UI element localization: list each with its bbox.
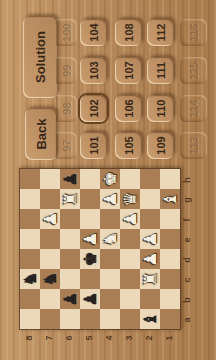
square-a1[interactable] bbox=[160, 309, 180, 329]
square-c6[interactable] bbox=[60, 269, 80, 289]
square-b4[interactable] bbox=[100, 289, 120, 309]
white-pawn[interactable]: ♟ bbox=[100, 189, 120, 209]
square-h7[interactable] bbox=[40, 169, 60, 189]
square-b1[interactable] bbox=[160, 289, 180, 309]
square-a5[interactable] bbox=[80, 309, 100, 329]
white-queen[interactable]: ♛ bbox=[120, 189, 140, 209]
white-king[interactable]: ♚ bbox=[100, 169, 120, 189]
square-a8[interactable] bbox=[20, 309, 40, 329]
square-c4[interactable] bbox=[100, 269, 120, 289]
black-pawn[interactable]: ♟ bbox=[60, 169, 80, 189]
square-f5[interactable] bbox=[80, 209, 100, 229]
puzzle-108-button[interactable]: 108 bbox=[115, 19, 142, 46]
solution-button[interactable]: Solution bbox=[23, 16, 58, 98]
puzzle-109-button[interactable]: 109 bbox=[147, 132, 174, 159]
black-bishop[interactable]: ♝ bbox=[140, 309, 160, 329]
square-a7[interactable] bbox=[40, 309, 60, 329]
file-label-h: h bbox=[182, 170, 193, 190]
square-a6[interactable] bbox=[60, 309, 80, 329]
square-h5[interactable] bbox=[80, 169, 100, 189]
puzzle-105-button[interactable]: 105 bbox=[115, 132, 142, 159]
puzzle-114-ghost: 114 bbox=[180, 95, 207, 122]
file-label-a: a bbox=[182, 310, 193, 330]
puzzle-101-button[interactable]: 101 bbox=[80, 132, 107, 159]
square-g5[interactable] bbox=[80, 189, 100, 209]
square-h8[interactable] bbox=[20, 169, 40, 189]
square-d8[interactable] bbox=[20, 249, 40, 269]
rank-label-3: 3 bbox=[119, 332, 139, 344]
square-b7[interactable] bbox=[40, 289, 60, 309]
file-label-g: g bbox=[182, 190, 193, 210]
square-g2[interactable] bbox=[140, 189, 160, 209]
rank-label-4: 4 bbox=[99, 332, 119, 344]
black-knight[interactable]: ♞ bbox=[40, 269, 60, 289]
file-label-e: e bbox=[182, 230, 193, 250]
black-pawn[interactable]: ♟ bbox=[60, 289, 80, 309]
puzzle-98-ghost: 98 bbox=[56, 95, 77, 122]
app-screen: ♞♞♟♟♜♟♟♚♟♞♟♚♟♛♝♜♟♟♝ 87654321abcdefgh Bac… bbox=[0, 0, 216, 360]
puzzle-104-button[interactable]: 104 bbox=[80, 19, 107, 46]
square-f6[interactable] bbox=[60, 209, 80, 229]
square-c3[interactable] bbox=[120, 269, 140, 289]
square-h2[interactable] bbox=[140, 169, 160, 189]
black-pawn[interactable]: ♟ bbox=[80, 289, 100, 309]
white-pawn[interactable]: ♟ bbox=[80, 229, 100, 249]
square-c1[interactable] bbox=[160, 269, 180, 289]
square-h3[interactable] bbox=[120, 169, 140, 189]
square-b3[interactable] bbox=[120, 289, 140, 309]
square-a3[interactable] bbox=[120, 309, 140, 329]
square-e1[interactable] bbox=[160, 229, 180, 249]
file-label-d: d bbox=[182, 250, 193, 270]
white-pawn[interactable]: ♟ bbox=[120, 209, 140, 229]
square-f4[interactable] bbox=[100, 209, 120, 229]
white-pawn[interactable]: ♟ bbox=[140, 249, 160, 269]
black-knight[interactable]: ♞ bbox=[20, 269, 40, 289]
puzzle-115-ghost: 115 bbox=[180, 57, 207, 84]
landscape-root: ♞♞♟♟♜♟♟♚♟♞♟♚♟♛♝♜♟♟♝ 87654321abcdefgh Bac… bbox=[0, 0, 216, 360]
puzzle-113-ghost: 113 bbox=[180, 132, 207, 159]
chess-board: ♞♞♟♟♜♟♟♚♟♞♟♚♟♛♝♜♟♟♝ bbox=[19, 168, 181, 330]
white-pawn[interactable]: ♟ bbox=[140, 229, 160, 249]
square-e7[interactable] bbox=[40, 229, 60, 249]
puzzle-99-ghost: 99 bbox=[56, 57, 77, 84]
puzzle-112-button[interactable]: 112 bbox=[147, 19, 174, 46]
puzzle-110-button[interactable]: 110 bbox=[147, 95, 174, 122]
puzzle-107-button[interactable]: 107 bbox=[115, 57, 142, 84]
rank-label-8: 8 bbox=[19, 332, 39, 344]
white-knight[interactable]: ♞ bbox=[100, 229, 120, 249]
square-e6[interactable] bbox=[60, 229, 80, 249]
back-button[interactable]: Back bbox=[25, 108, 57, 160]
white-pawn[interactable]: ♟ bbox=[40, 209, 60, 229]
puzzle-100-ghost: 100 bbox=[56, 19, 77, 46]
square-g8[interactable] bbox=[20, 189, 40, 209]
square-e3[interactable] bbox=[120, 229, 140, 249]
rank-label-5: 5 bbox=[79, 332, 99, 344]
rank-label-2: 2 bbox=[139, 332, 159, 344]
square-b8[interactable] bbox=[20, 289, 40, 309]
puzzle-103-button[interactable]: 103 bbox=[80, 57, 107, 84]
white-rook[interactable]: ♜ bbox=[60, 189, 80, 209]
square-f8[interactable] bbox=[20, 209, 40, 229]
black-king[interactable]: ♚ bbox=[80, 249, 100, 269]
square-c5[interactable] bbox=[80, 269, 100, 289]
puzzle-97-ghost: 97 bbox=[56, 132, 77, 159]
puzzle-102-button[interactable]: 102 bbox=[80, 95, 107, 122]
white-rook[interactable]: ♜ bbox=[140, 269, 160, 289]
square-g7[interactable] bbox=[40, 189, 60, 209]
square-d4[interactable] bbox=[100, 249, 120, 269]
square-e8[interactable] bbox=[20, 229, 40, 249]
square-d1[interactable] bbox=[160, 249, 180, 269]
square-a4[interactable] bbox=[100, 309, 120, 329]
square-d3[interactable] bbox=[120, 249, 140, 269]
puzzle-106-button[interactable]: 106 bbox=[115, 95, 142, 122]
file-label-c: c bbox=[182, 270, 193, 290]
square-f1[interactable] bbox=[160, 209, 180, 229]
square-f2[interactable] bbox=[140, 209, 160, 229]
file-label-f: f bbox=[182, 210, 193, 230]
square-b2[interactable] bbox=[140, 289, 160, 309]
rank-label-1: 1 bbox=[159, 332, 179, 344]
rank-label-6: 6 bbox=[59, 332, 79, 344]
square-h1[interactable] bbox=[160, 169, 180, 189]
rank-label-7: 7 bbox=[39, 332, 59, 344]
puzzle-111-button[interactable]: 111 bbox=[147, 57, 174, 84]
puzzle-116-ghost: 116 bbox=[180, 19, 207, 46]
file-label-b: b bbox=[182, 290, 193, 310]
square-d6[interactable] bbox=[60, 249, 80, 269]
square-d7[interactable] bbox=[40, 249, 60, 269]
white-bishop[interactable]: ♝ bbox=[160, 189, 180, 209]
